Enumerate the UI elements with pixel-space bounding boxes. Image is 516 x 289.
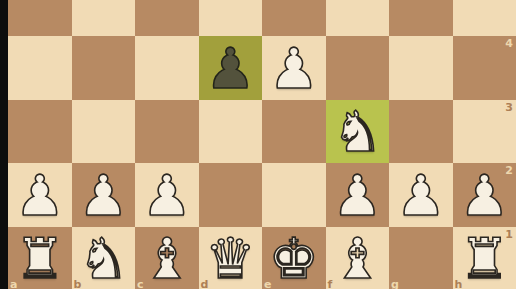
- chess-board-screenshot: ♟♟4♞3♟♟♟♟♟2♟a♜b♞c♝d♛e♚f♝g1h♜: [0, 0, 516, 289]
- square-a5[interactable]: [8, 0, 72, 36]
- square-c4[interactable]: [135, 36, 199, 100]
- square-d3[interactable]: [199, 100, 263, 164]
- square-f4[interactable]: [326, 36, 390, 100]
- square-d1[interactable]: d♛: [199, 227, 263, 289]
- square-d2[interactable]: [199, 163, 263, 227]
- square-g2[interactable]: ♟: [389, 163, 453, 227]
- square-c2[interactable]: ♟: [135, 163, 199, 227]
- piece-white-pawn-e4[interactable]: ♟: [269, 41, 319, 97]
- square-a3[interactable]: [8, 100, 72, 164]
- square-e1[interactable]: e♚: [262, 227, 326, 289]
- letterbox-left-bar: [0, 0, 8, 289]
- piece-white-pawn-c2[interactable]: ♟: [142, 168, 192, 224]
- square-d4[interactable]: ♟: [199, 36, 263, 100]
- piece-white-rook-h1[interactable]: ♜: [459, 231, 509, 287]
- piece-white-rook-a1[interactable]: ♜: [15, 231, 65, 287]
- piece-white-pawn-a2[interactable]: ♟: [15, 168, 65, 224]
- square-b4[interactable]: [72, 36, 136, 100]
- square-e3[interactable]: [262, 100, 326, 164]
- piece-black-pawn-d4[interactable]: ♟: [205, 41, 255, 97]
- piece-white-bishop-f1[interactable]: ♝: [332, 231, 382, 287]
- square-g4[interactable]: [389, 36, 453, 100]
- square-a1[interactable]: a♜: [8, 227, 72, 289]
- square-f1[interactable]: f♝: [326, 227, 390, 289]
- chess-board: ♟♟4♞3♟♟♟♟♟2♟a♜b♞c♝d♛e♚f♝g1h♜: [8, 0, 516, 289]
- square-g1[interactable]: g: [389, 227, 453, 289]
- piece-white-pawn-f2[interactable]: ♟: [332, 168, 382, 224]
- square-b2[interactable]: ♟: [72, 163, 136, 227]
- square-h3[interactable]: 3: [453, 100, 516, 164]
- rank-label-4: 4: [505, 38, 513, 49]
- square-e5[interactable]: [262, 0, 326, 36]
- rank-label-3: 3: [505, 102, 513, 113]
- square-h1[interactable]: 1h♜: [453, 227, 516, 289]
- square-h5[interactable]: [453, 0, 516, 36]
- square-h2[interactable]: 2♟: [453, 163, 516, 227]
- square-a4[interactable]: [8, 36, 72, 100]
- square-d5[interactable]: [199, 0, 263, 36]
- square-f5[interactable]: [326, 0, 390, 36]
- square-c3[interactable]: [135, 100, 199, 164]
- piece-white-knight-f3[interactable]: ♞: [332, 104, 382, 160]
- square-a2[interactable]: ♟: [8, 163, 72, 227]
- square-f3[interactable]: ♞: [326, 100, 390, 164]
- square-c5[interactable]: [135, 0, 199, 36]
- piece-white-queen-d1[interactable]: ♛: [205, 231, 255, 287]
- piece-white-pawn-b2[interactable]: ♟: [78, 168, 128, 224]
- square-f2[interactable]: ♟: [326, 163, 390, 227]
- square-b3[interactable]: [72, 100, 136, 164]
- file-label-g: g: [391, 279, 399, 289]
- square-b5[interactable]: [72, 0, 136, 36]
- square-g5[interactable]: [389, 0, 453, 36]
- piece-white-bishop-c1[interactable]: ♝: [142, 231, 192, 287]
- square-g3[interactable]: [389, 100, 453, 164]
- square-h4[interactable]: 4: [453, 36, 516, 100]
- square-b1[interactable]: b♞: [72, 227, 136, 289]
- piece-white-knight-b1[interactable]: ♞: [78, 231, 128, 287]
- square-e4[interactable]: ♟: [262, 36, 326, 100]
- square-e2[interactable]: [262, 163, 326, 227]
- square-c1[interactable]: c♝: [135, 227, 199, 289]
- piece-white-pawn-g2[interactable]: ♟: [396, 168, 446, 224]
- piece-white-pawn-h2[interactable]: ♟: [459, 168, 509, 224]
- piece-white-king-e1[interactable]: ♚: [269, 231, 319, 287]
